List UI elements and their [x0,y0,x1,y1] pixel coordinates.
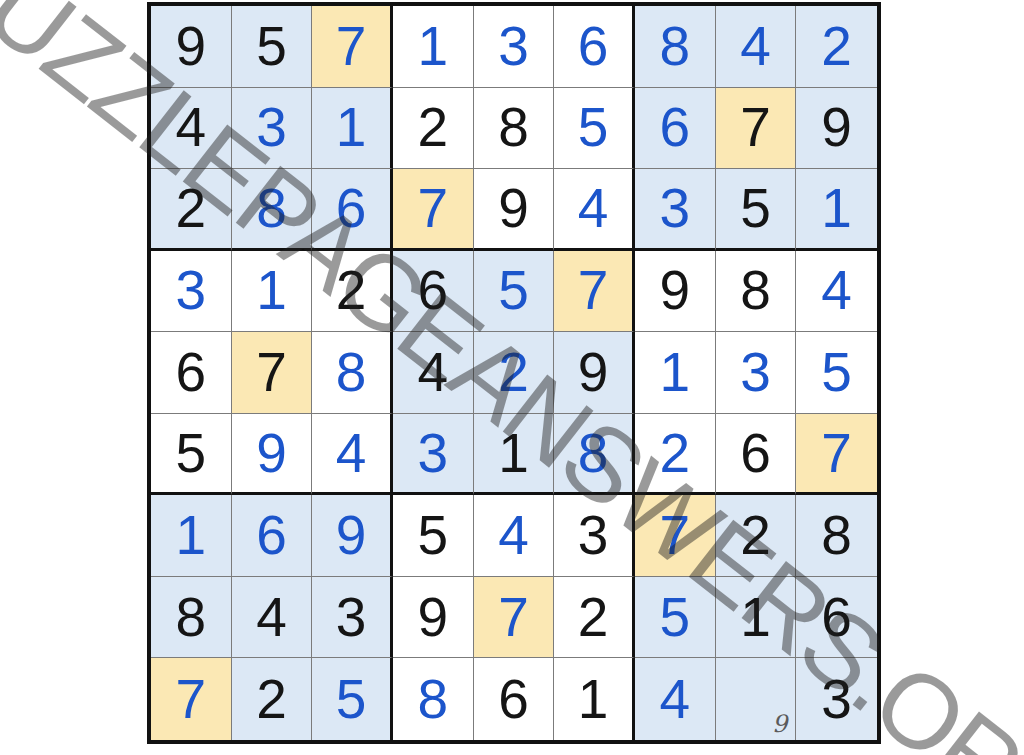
sudoku-cell-r9c4: 8 [393,658,474,740]
solved-digit: 1 [821,181,852,236]
sudoku-cell-r5c4: 4 [393,332,474,414]
given-digit: 8 [740,263,771,318]
solved-digit: 5 [336,672,367,727]
sudoku-cell-r8c8: 1 [716,577,797,659]
given-digit: 3 [578,508,609,563]
solved-digit: 5 [498,263,529,318]
sudoku-cell-r2c2: 3 [232,88,313,170]
sudoku-cell-r1c5: 3 [474,6,555,88]
sudoku-cell-r7c6: 3 [554,495,635,577]
given-digit: 6 [176,345,207,400]
sudoku-cell-r8c5: 7 [474,577,555,659]
sudoku-cell-r9c1: 7 [151,658,232,740]
given-digit: 9 [821,100,852,155]
given-digit: 6 [498,672,529,727]
sudoku-cell-r6c7: 2 [635,414,716,496]
solved-digit: 9 [256,426,287,481]
sudoku-cell-r3c2: 8 [232,169,313,251]
given-digit: 5 [256,19,287,74]
sudoku-cell-r1c9: 2 [796,6,877,88]
sudoku-cell-r7c2: 6 [232,495,313,577]
sudoku-cell-r7c8: 2 [716,495,797,577]
sudoku-cell-r7c4: 5 [393,495,474,577]
solved-digit: 2 [821,19,852,74]
given-digit: 1 [740,590,771,645]
solved-digit: 2 [498,345,529,400]
sudoku-cell-r2c4: 2 [393,88,474,170]
given-digit: 6 [740,426,771,481]
sudoku-cell-r7c3: 9 [312,495,393,577]
sudoku-cell-r6c2: 9 [232,414,313,496]
sudoku-cell-r3c3: 6 [312,169,393,251]
given-digit: 2 [176,181,207,236]
given-digit: 3 [821,672,852,727]
solved-digit: 4 [660,672,691,727]
solved-digit: 8 [336,345,367,400]
solved-digit: 3 [418,426,449,481]
solved-digit: 8 [578,426,609,481]
solved-digit: 5 [578,100,609,155]
given-digit: 7 [256,345,287,400]
sudoku-cell-r2c7: 6 [635,88,716,170]
sudoku-cell-r2c9: 9 [796,88,877,170]
given-digit: 5 [418,508,449,563]
solved-digit: 7 [578,263,609,318]
given-digit: 4 [418,345,449,400]
sudoku-cell-r9c3: 5 [312,658,393,740]
solved-digit: 4 [578,181,609,236]
sudoku-cell-r5c7: 1 [635,332,716,414]
solved-digit: 1 [176,508,207,563]
solved-digit: 3 [176,263,207,318]
sudoku-cell-r3c7: 3 [635,169,716,251]
sudoku-cell-r9c6: 1 [554,658,635,740]
sudoku-cell-r6c6: 8 [554,414,635,496]
sudoku-cell-r9c5: 6 [474,658,555,740]
sudoku-cell-r3c4: 7 [393,169,474,251]
pencil-mark: 9 [772,710,787,738]
given-digit: 7 [740,100,771,155]
given-digit: 8 [821,508,852,563]
sudoku-cell-r2c6: 5 [554,88,635,170]
sudoku-cell-r8c2: 4 [232,577,313,659]
given-digit: 3 [336,590,367,645]
sudoku-cell-r8c4: 9 [393,577,474,659]
given-digit: 6 [418,263,449,318]
sudoku-cell-r6c9: 7 [796,414,877,496]
sudoku-cell-r5c9: 5 [796,332,877,414]
sudoku-cell-r1c6: 6 [554,6,635,88]
given-digit: 8 [176,590,207,645]
sudoku-cell-r3c9: 1 [796,169,877,251]
sudoku-cell-r9c8: 9 [716,658,797,740]
sudoku-cell-r5c6: 9 [554,332,635,414]
sudoku-cell-r5c2: 7 [232,332,313,414]
given-digit: 9 [176,19,207,74]
sudoku-board: 9571368424312856792867943513126579846784… [147,2,881,744]
solved-digit: 6 [660,100,691,155]
solved-digit: 7 [498,590,529,645]
solved-digit: 3 [660,181,691,236]
solved-digit: 5 [660,590,691,645]
sudoku-cell-r4c2: 1 [232,251,313,333]
solved-digit: 8 [660,19,691,74]
solved-digit: 4 [498,508,529,563]
given-digit: 9 [660,263,691,318]
sudoku-cell-r1c8: 4 [716,6,797,88]
solved-digit: 9 [336,508,367,563]
sudoku-cell-r4c6: 7 [554,251,635,333]
given-digit: 1 [498,426,529,481]
sudoku-cell-r1c2: 5 [232,6,313,88]
sudoku-cell-r6c3: 4 [312,414,393,496]
given-digit: 2 [578,590,609,645]
solved-digit: 4 [740,19,771,74]
given-digit: 4 [256,590,287,645]
solved-digit: 6 [256,508,287,563]
solved-digit: 4 [336,426,367,481]
sudoku-cell-r6c8: 6 [716,414,797,496]
given-digit: 9 [498,181,529,236]
sudoku-cell-r2c3: 1 [312,88,393,170]
sudoku-cell-r8c7: 5 [635,577,716,659]
sudoku-cell-r8c6: 2 [554,577,635,659]
solved-digit: 2 [660,426,691,481]
given-digit: 9 [578,345,609,400]
sudoku-cell-r4c3: 2 [312,251,393,333]
sudoku-cell-r6c1: 5 [151,414,232,496]
sudoku-cell-r3c5: 9 [474,169,555,251]
sudoku-cell-r9c7: 4 [635,658,716,740]
sudoku-cell-r7c1: 1 [151,495,232,577]
solved-digit: 1 [418,19,449,74]
sudoku-cell-r2c5: 8 [474,88,555,170]
sudoku-cell-r9c2: 2 [232,658,313,740]
sudoku-cell-r6c5: 1 [474,414,555,496]
sudoku-cell-r4c1: 3 [151,251,232,333]
given-digit: 6 [821,590,852,645]
sudoku-cell-r1c7: 8 [635,6,716,88]
solved-digit: 6 [578,19,609,74]
sudoku-cell-r4c8: 8 [716,251,797,333]
sudoku-cell-r7c7: 7 [635,495,716,577]
given-digit: 2 [740,508,771,563]
sudoku-cell-r7c5: 4 [474,495,555,577]
given-digit: 2 [336,263,367,318]
solved-digit: 5 [821,345,852,400]
sudoku-cell-r4c5: 5 [474,251,555,333]
sudoku-cell-r5c1: 6 [151,332,232,414]
solved-digit: 8 [256,181,287,236]
sudoku-cell-r1c3: 7 [312,6,393,88]
solved-digit: 4 [821,263,852,318]
solved-digit: 8 [418,672,449,727]
given-digit: 1 [578,672,609,727]
solved-digit: 7 [176,672,207,727]
sudoku-cell-r7c9: 8 [796,495,877,577]
sudoku-cell-r2c1: 4 [151,88,232,170]
solved-digit: 7 [660,508,691,563]
sudoku-cell-r8c3: 3 [312,577,393,659]
sudoku-cell-r4c7: 9 [635,251,716,333]
sudoku-cell-r1c1: 9 [151,6,232,88]
sudoku-cell-r4c9: 4 [796,251,877,333]
sudoku-cell-r6c4: 3 [393,414,474,496]
sudoku-cell-r5c8: 3 [716,332,797,414]
sudoku-cell-r5c3: 8 [312,332,393,414]
given-digit: 2 [256,672,287,727]
solved-digit: 3 [256,100,287,155]
sudoku-cell-r3c6: 4 [554,169,635,251]
sudoku-cell-r8c1: 8 [151,577,232,659]
given-digit: 2 [418,100,449,155]
solved-digit: 7 [418,181,449,236]
solved-digit: 1 [660,345,691,400]
solved-digit: 7 [336,19,367,74]
given-digit: 4 [176,100,207,155]
given-digit: 5 [740,181,771,236]
sudoku-cell-r2c8: 7 [716,88,797,170]
sudoku-cell-r8c9: 6 [796,577,877,659]
given-digit: 9 [418,590,449,645]
sudoku-cell-r3c8: 5 [716,169,797,251]
sudoku-cell-r5c5: 2 [474,332,555,414]
solved-digit: 6 [336,181,367,236]
given-digit: 5 [176,426,207,481]
sudoku-cell-r4c4: 6 [393,251,474,333]
solved-digit: 7 [821,426,852,481]
solved-digit: 1 [336,100,367,155]
given-digit: 8 [498,100,529,155]
solved-digit: 1 [256,263,287,318]
sudoku-cell-r1c4: 1 [393,6,474,88]
solved-digit: 3 [740,345,771,400]
solved-digit: 3 [498,19,529,74]
sudoku-cell-r3c1: 2 [151,169,232,251]
sudoku-cell-r9c9: 3 [796,658,877,740]
